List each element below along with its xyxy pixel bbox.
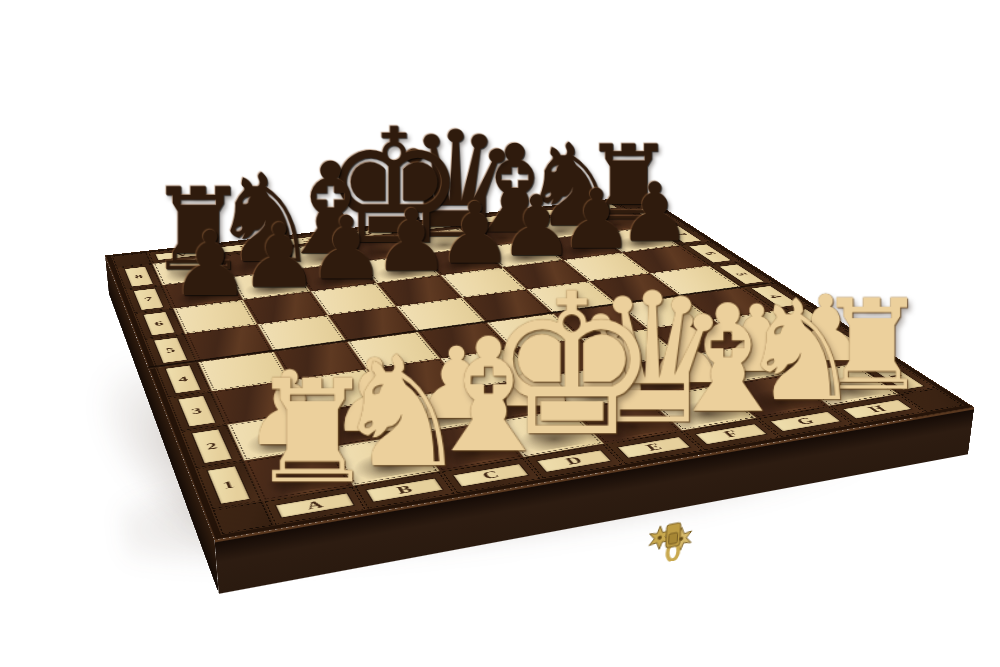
square-a7[interactable]: ♟	[162, 277, 243, 308]
piece-anchor: ♜	[244, 447, 353, 501]
brass-clasp-icon	[646, 494, 699, 567]
rank-number: 6	[153, 320, 164, 327]
square-a1[interactable]: ♜	[244, 447, 353, 501]
rank-number: 7	[143, 296, 154, 303]
coordinate-plate: 6	[144, 312, 175, 335]
coordinate-plate: 3	[179, 396, 215, 426]
file-letter: A	[175, 251, 188, 257]
file-letter: A	[304, 499, 325, 512]
rank-number: 5	[164, 346, 176, 354]
black-pawn-a7[interactable]: ♟	[170, 222, 250, 307]
coordinate-plate: 4	[166, 366, 200, 394]
coordinate-plate: 5	[154, 338, 186, 363]
file-letter: B	[394, 484, 414, 496]
chess-set-scene: ABCDEFGH8♜♞♝♚♛♝♞♜87♟♟♟♟♟♟♟♟7665544332♟♟♟…	[152, 0, 820, 656]
coordinate-plate: 7	[134, 289, 163, 310]
white-rook-a1[interactable]: ♜	[248, 365, 376, 500]
black-pawn-b7[interactable]: ♟	[239, 215, 318, 299]
file-letter: C	[300, 237, 314, 243]
piece-anchor: ♟	[162, 277, 243, 308]
coordinate-plate: 1	[208, 466, 249, 503]
coordinate-plate: 2	[193, 430, 232, 463]
file-letter: H	[865, 404, 889, 414]
rank-number: 3	[190, 406, 203, 415]
studio-background: ABCDEFGH8♜♞♝♚♛♝♞♜87♟♟♟♟♟♟♟♟7665544332♟♟♟…	[0, 0, 1000, 667]
rank-number: 8	[134, 273, 144, 279]
file-letter: C	[480, 469, 502, 481]
rank-number: 4	[177, 375, 189, 383]
rank-number: 1	[221, 479, 236, 490]
file-letter: G	[794, 416, 818, 426]
left-rank-label-2: 2	[180, 424, 244, 468]
rank-number: 2	[205, 441, 219, 451]
